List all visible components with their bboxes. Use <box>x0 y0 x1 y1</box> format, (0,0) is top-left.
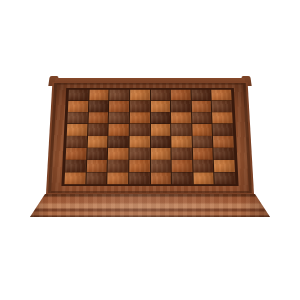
board-square-dark <box>130 101 150 112</box>
board-square-dark <box>108 136 128 147</box>
board-square-light <box>192 124 212 135</box>
board-square-light <box>88 113 108 124</box>
board-square-light <box>212 90 232 101</box>
board-square-light <box>129 136 149 147</box>
board-square-light <box>150 124 170 135</box>
board-square-dark <box>65 160 86 172</box>
board-photo-scene <box>0 0 300 300</box>
board-square-light <box>107 172 128 184</box>
board-square-dark <box>150 160 170 172</box>
board-square-light <box>150 148 170 160</box>
board-square-dark <box>172 148 192 160</box>
board-square-dark <box>129 148 149 160</box>
board-square-dark <box>87 148 108 160</box>
board-square-dark <box>212 101 232 112</box>
board-square-light <box>87 136 107 147</box>
board-square-dark <box>129 172 150 184</box>
board-square-dark <box>88 124 108 135</box>
board-square-light <box>214 160 235 172</box>
board-square-dark <box>192 113 212 124</box>
board-square-light <box>66 148 87 160</box>
board-square-light <box>192 101 212 112</box>
board-square-light <box>109 101 129 112</box>
board-square-light <box>89 90 109 101</box>
board-square-dark <box>215 172 236 184</box>
board-square-light <box>171 90 191 101</box>
board-square-dark <box>214 148 235 160</box>
board-square-light <box>130 90 150 101</box>
board-square-dark <box>193 160 214 172</box>
board-square-light <box>108 148 128 160</box>
board-square-light <box>171 136 191 147</box>
board-square-light <box>193 172 214 184</box>
board-square-light <box>129 160 149 172</box>
board-square-dark <box>150 136 170 147</box>
board-square-light <box>172 160 193 172</box>
board-square-light <box>212 113 232 124</box>
board-square-light <box>68 101 88 112</box>
board-square-dark <box>67 113 87 124</box>
board-square-light <box>67 124 87 135</box>
board-square-dark <box>171 101 191 112</box>
board-square-light <box>213 136 234 147</box>
board-square-light <box>193 148 214 160</box>
board-square-dark <box>192 136 212 147</box>
board-square-dark <box>108 160 129 172</box>
wooden-frame <box>46 82 254 194</box>
board-square-light <box>171 113 191 124</box>
board-square-dark <box>171 124 191 135</box>
board-square-light <box>86 160 107 172</box>
board-square-dark <box>109 90 129 101</box>
board-square-dark <box>172 172 193 184</box>
checkerboard-surface <box>46 82 254 194</box>
front-molded-apron <box>30 194 270 217</box>
board-square-light <box>150 172 171 184</box>
board-square-dark <box>109 113 129 124</box>
board-square-dark <box>150 90 170 101</box>
board-square-light <box>130 113 150 124</box>
board-square-dark <box>66 136 87 147</box>
board-square-dark <box>150 113 170 124</box>
board-square-dark <box>89 101 109 112</box>
checkerboard-grid <box>61 88 238 186</box>
board-square-dark <box>191 90 211 101</box>
board-square-dark <box>213 124 233 135</box>
board-square-light <box>64 172 85 184</box>
board-square-light <box>150 101 170 112</box>
board-square-dark <box>130 124 150 135</box>
board-square-light <box>109 124 129 135</box>
board-square-dark <box>86 172 107 184</box>
board-square-dark <box>68 90 88 101</box>
